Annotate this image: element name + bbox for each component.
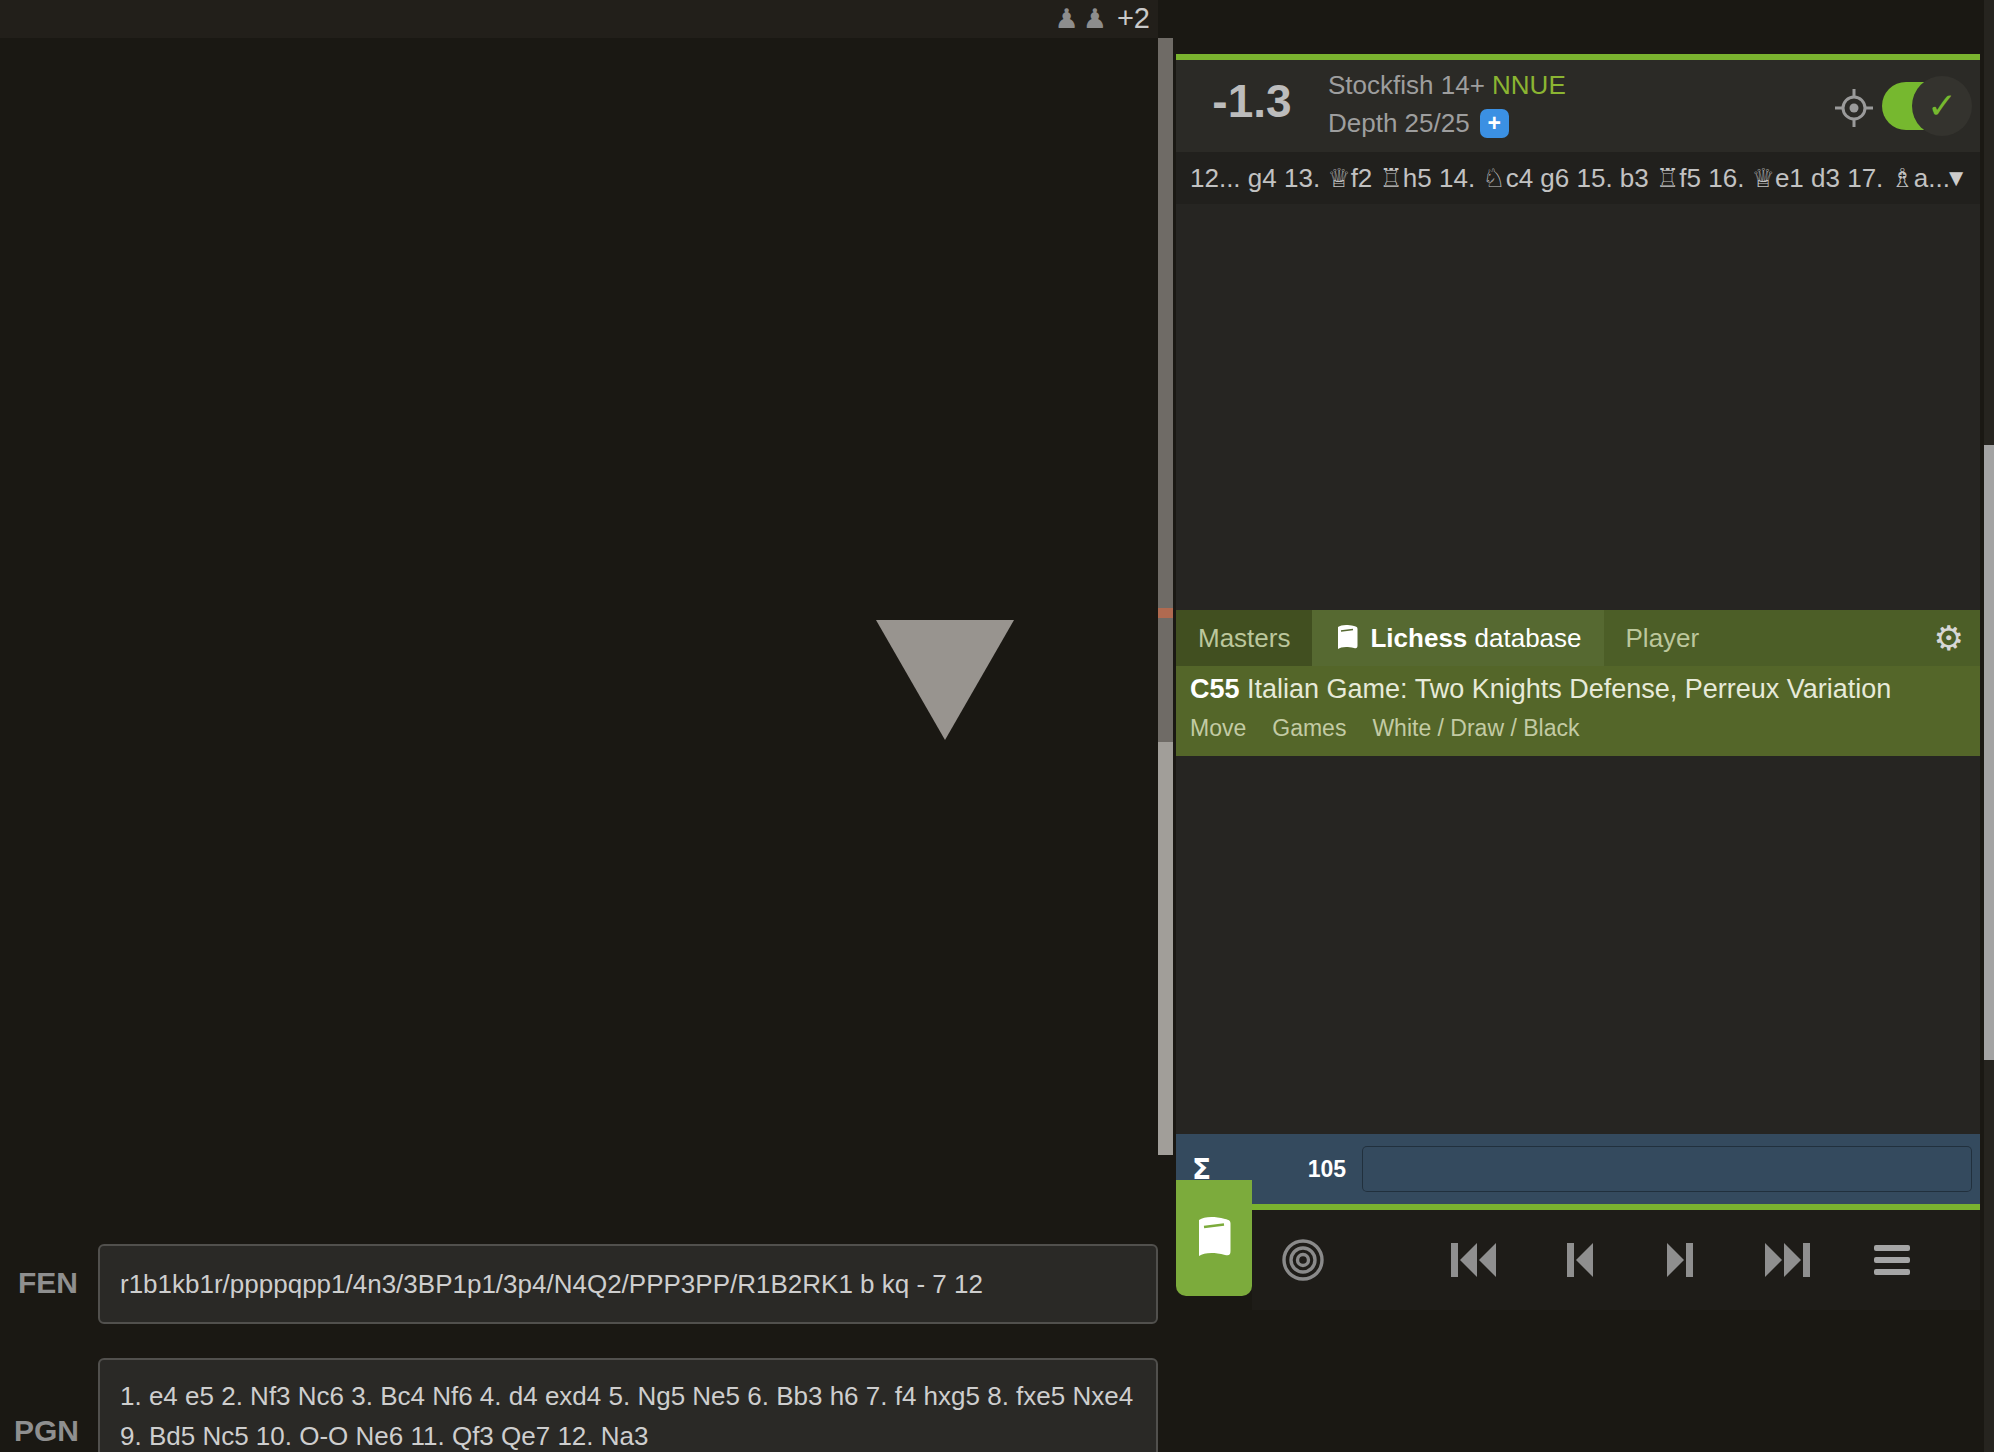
explorer-tabs: Masters Lichess database Player ⚙	[1176, 610, 1980, 666]
opening-explorer-button[interactable]	[1176, 1180, 1252, 1296]
fen-label: FEN	[18, 1266, 78, 1300]
target-practice-icon[interactable]	[1834, 88, 1874, 128]
step-forward-icon[interactable]	[1661, 1238, 1701, 1282]
panel-scrollbar[interactable]	[1158, 742, 1173, 1155]
practice-circles-icon[interactable]	[1280, 1237, 1326, 1283]
page-scrollbar-thumb[interactable]	[1984, 445, 1994, 1060]
gear-icon[interactable]: ⚙	[1934, 618, 1964, 658]
chess-board[interactable]	[22, 38, 1158, 1174]
step-back-icon[interactable]	[1559, 1238, 1599, 1282]
skip-last-icon[interactable]	[1763, 1238, 1813, 1282]
book-icon	[1193, 1214, 1235, 1262]
analysis-panel: -1.3 Stockfish 14+ NNUE Depth 25/25 + ✓ …	[1176, 54, 1980, 1314]
pawn-icon: ♟	[1054, 3, 1078, 34]
panel-scrollbar-marker	[1158, 608, 1173, 618]
panel-scrollbar[interactable]	[1158, 618, 1173, 742]
skip-first-icon[interactable]	[1448, 1238, 1498, 1282]
toggle-check-icon: ✓	[1912, 76, 1972, 136]
engine-toggle[interactable]: ✓	[1882, 82, 1968, 130]
add-depth-button[interactable]: +	[1480, 109, 1509, 138]
chevron-down-icon[interactable]: ▼	[1944, 152, 1968, 204]
move-list	[1176, 204, 1980, 610]
principal-variation[interactable]: 12... g4 13. ♕f2 ♖h5 14. ♘c4 g6 15. b3 ♖…	[1176, 152, 1980, 204]
engine-name: Stockfish 14+ NNUE	[1328, 70, 1566, 101]
nnue-badge: NNUE	[1492, 70, 1566, 100]
board-toolbar	[1252, 1210, 1980, 1310]
engine-header: -1.3 Stockfish 14+ NNUE Depth 25/25 + ✓	[1176, 60, 1980, 152]
pawn-icon: ♟	[1083, 3, 1107, 34]
sum-result-bar	[1362, 1146, 1972, 1192]
opening-block: C55 Italian Game: Two Knights Defense, P…	[1176, 666, 1980, 756]
menu-icon[interactable]	[1874, 1245, 1910, 1275]
book-icon	[1334, 624, 1360, 652]
explorer-column-headers: Move Games White / Draw / Black	[1190, 715, 1966, 742]
panel-scrollbar[interactable]	[1158, 38, 1173, 608]
material-advantage: ♟ ♟ +2	[0, 0, 1150, 36]
evaluation: -1.3	[1194, 74, 1310, 128]
explorer-summary-row: Σ 105	[1176, 1134, 1980, 1204]
tab-masters[interactable]: Masters	[1176, 610, 1312, 666]
material-count: +2	[1117, 2, 1150, 35]
fen-input[interactable]: r1b1kb1r/ppppqpp1/4n3/3BP1p1/3p4/N4Q2/PP…	[98, 1244, 1158, 1324]
nav-icons	[1386, 1238, 1980, 1282]
explorer-rows	[1176, 756, 1980, 1134]
engine-depth: Depth 25/25 +	[1328, 108, 1509, 139]
tab-player[interactable]: Player	[1604, 610, 1722, 666]
pgn-label: PGN	[14, 1414, 79, 1448]
opening-name: C55 Italian Game: Two Knights Defense, P…	[1190, 666, 1966, 705]
pgn-input[interactable]: 1. e4 e5 2. Nf3 Nc6 3. Bc4 Nf6 4. d4 exd…	[98, 1358, 1158, 1452]
sum-games: 105	[1288, 1156, 1346, 1183]
tab-lichess-database[interactable]: Lichess database	[1312, 610, 1603, 666]
